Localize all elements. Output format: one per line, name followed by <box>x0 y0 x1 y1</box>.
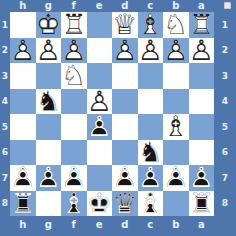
black-bishop-c8[interactable]: ♝♗ <box>138 191 164 217</box>
piece-fill-glyph: ♜ <box>189 191 215 217</box>
square-d2[interactable]: ♟♙ <box>112 38 138 64</box>
square-h7[interactable]: ♟♙ <box>10 165 36 191</box>
piece-fill-glyph: ♞ <box>61 63 87 89</box>
file-label-top-g: g <box>36 0 62 12</box>
piece-fill-glyph: ♟ <box>138 38 164 64</box>
piece-outline-glyph: ♘ <box>61 63 87 89</box>
square-f2[interactable]: ♟♙ <box>61 38 87 64</box>
piece-outline-glyph: ♖ <box>61 12 87 38</box>
piece-outline-glyph: ♗ <box>61 191 87 217</box>
square-b1[interactable]: ♞♘ <box>163 12 189 38</box>
square-a5[interactable] <box>189 114 215 140</box>
file-label-bottom-c: c <box>138 216 164 236</box>
rank-label-left-2: 2 <box>0 38 10 64</box>
piece-outline-glyph: ♘ <box>163 12 189 38</box>
piece-outline-glyph: ♙ <box>163 38 189 64</box>
file-label-top-e: e <box>87 0 113 12</box>
square-h1[interactable] <box>10 12 36 38</box>
white-pawn-f2[interactable]: ♟♙ <box>61 38 87 64</box>
white-pawn-d2[interactable]: ♟♙ <box>112 38 138 64</box>
piece-outline-glyph: ♘ <box>138 140 164 166</box>
square-g3[interactable] <box>36 63 62 89</box>
white-knight-f3[interactable]: ♞♘ <box>61 63 87 89</box>
rank-label-right-1: 1 <box>214 12 236 38</box>
square-d8[interactable]: ♛♕ <box>112 191 138 217</box>
piece-fill-glyph: ♟ <box>61 165 87 191</box>
square-c3[interactable] <box>138 63 164 89</box>
piece-fill-glyph: ♟ <box>61 38 87 64</box>
piece-fill-glyph: ♞ <box>163 12 189 38</box>
square-b5[interactable]: ♝♗ <box>163 114 189 140</box>
square-c8[interactable]: ♝♗ <box>138 191 164 217</box>
black-rook-h8[interactable]: ♜♖ <box>10 191 36 217</box>
file-label-bottom-b: b <box>163 216 189 236</box>
piece-fill-glyph: ♚ <box>36 12 62 38</box>
square-b2[interactable]: ♟♙ <box>163 38 189 64</box>
white-rook-f1[interactable]: ♜♖ <box>61 12 87 38</box>
rank-label-left-3: 3 <box>0 63 10 89</box>
white-knight-b1[interactable]: ♞♘ <box>163 12 189 38</box>
white-pawn-g2[interactable]: ♟♙ <box>36 38 62 64</box>
piece-fill-glyph: ♝ <box>163 114 189 140</box>
piece-fill-glyph: ♝ <box>138 191 164 217</box>
square-e1[interactable] <box>87 12 113 38</box>
white-bishop-b5[interactable]: ♝♗ <box>163 114 189 140</box>
black-pawn-b7[interactable]: ♟♙ <box>163 165 189 191</box>
file-labels-bottom: hgfedcba <box>10 216 214 236</box>
piece-fill-glyph: ♟ <box>138 165 164 191</box>
black-pawn-g7[interactable]: ♟♙ <box>36 165 62 191</box>
square-f4[interactable] <box>61 89 87 115</box>
piece-fill-glyph: ♟ <box>10 38 36 64</box>
black-pawn-f7[interactable]: ♟♙ <box>61 165 87 191</box>
square-b6[interactable] <box>163 140 189 166</box>
piece-fill-glyph: ♟ <box>36 165 62 191</box>
piece-fill-glyph: ♚ <box>87 191 113 217</box>
white-pawn-b2[interactable]: ♟♙ <box>163 38 189 64</box>
piece-outline-glyph: ♙ <box>112 165 138 191</box>
piece-outline-glyph: ♙ <box>61 38 87 64</box>
square-d5[interactable] <box>112 114 138 140</box>
black-rook-a8[interactable]: ♜♖ <box>189 191 215 217</box>
piece-fill-glyph: ♜ <box>189 12 215 38</box>
file-label-bottom-h: h <box>10 216 36 236</box>
white-king-g1[interactable]: ♚♔ <box>36 12 62 38</box>
square-b3[interactable] <box>163 63 189 89</box>
piece-outline-glyph: ♙ <box>189 165 215 191</box>
chess-board-widget: hgfedcba hgfedcba 12345678 12345678 ♚♔♜♖… <box>0 0 236 236</box>
rank-label-right-2: 2 <box>214 38 236 64</box>
piece-fill-glyph: ♟ <box>189 165 215 191</box>
square-f3[interactable]: ♞♘ <box>61 63 87 89</box>
piece-fill-glyph: ♝ <box>138 12 164 38</box>
square-c4[interactable] <box>138 89 164 115</box>
white-pawn-c2[interactable]: ♟♙ <box>138 38 164 64</box>
piece-fill-glyph: ♜ <box>61 12 87 38</box>
black-pawn-d7[interactable]: ♟♙ <box>112 165 138 191</box>
piece-outline-glyph: ♙ <box>36 38 62 64</box>
square-f6[interactable] <box>61 140 87 166</box>
piece-outline-glyph: ♖ <box>189 191 215 217</box>
square-a3[interactable] <box>189 63 215 89</box>
black-pawn-a7[interactable]: ♟♙ <box>189 165 215 191</box>
piece-outline-glyph: ♙ <box>87 114 113 140</box>
piece-fill-glyph: ♟ <box>10 165 36 191</box>
square-g1[interactable]: ♚♔ <box>36 12 62 38</box>
square-g6[interactable] <box>36 140 62 166</box>
piece-fill-glyph: ♞ <box>36 89 62 115</box>
piece-outline-glyph: ♔ <box>36 12 62 38</box>
rank-label-left-7: 7 <box>0 165 10 191</box>
piece-outline-glyph: ♖ <box>10 191 36 217</box>
piece-outline-glyph: ♔ <box>87 191 113 217</box>
rank-labels-left: 12345678 <box>0 12 10 216</box>
square-a8[interactable]: ♜♖ <box>189 191 215 217</box>
file-labels-top: hgfedcba <box>10 0 214 12</box>
piece-fill-glyph: ♝ <box>61 191 87 217</box>
file-label-bottom-g: g <box>36 216 62 236</box>
black-bishop-f8[interactable]: ♝♗ <box>61 191 87 217</box>
square-e3[interactable] <box>87 63 113 89</box>
square-f8[interactable]: ♝♗ <box>61 191 87 217</box>
black-knight-c6[interactable]: ♞♘ <box>138 140 164 166</box>
rank-label-right-5: 5 <box>214 114 236 140</box>
piece-outline-glyph: ♖ <box>189 12 215 38</box>
square-h4[interactable] <box>10 89 36 115</box>
file-label-top-c: c <box>138 0 164 12</box>
square-c6[interactable]: ♞♘ <box>138 140 164 166</box>
piece-outline-glyph: ♙ <box>112 38 138 64</box>
rank-label-left-4: 4 <box>0 89 10 115</box>
square-f5[interactable] <box>61 114 87 140</box>
piece-fill-glyph: ♞ <box>138 140 164 166</box>
piece-outline-glyph: ♙ <box>61 165 87 191</box>
rank-label-right-6: 6 <box>214 140 236 166</box>
square-a7[interactable]: ♟♙ <box>189 165 215 191</box>
square-d4[interactable] <box>112 89 138 115</box>
black-king-e8[interactable]: ♚♔ <box>87 191 113 217</box>
piece-fill-glyph: ♟ <box>87 89 113 115</box>
piece-fill-glyph: ♟ <box>36 38 62 64</box>
piece-outline-glyph: ♕ <box>112 12 138 38</box>
rank-label-right-8: 8 <box>214 191 236 217</box>
black-pawn-c7[interactable]: ♟♙ <box>138 165 164 191</box>
rank-labels-right: 12345678 <box>214 12 236 216</box>
square-d1[interactable]: ♛♕ <box>112 12 138 38</box>
file-label-bottom-d: d <box>112 216 138 236</box>
square-d6[interactable] <box>112 140 138 166</box>
small-square-icon <box>224 2 231 9</box>
piece-fill-glyph: ♛ <box>112 12 138 38</box>
rank-label-left-1: 1 <box>0 12 10 38</box>
piece-fill-glyph: ♜ <box>10 191 36 217</box>
black-queen-d8[interactable]: ♛♕ <box>112 191 138 217</box>
rank-label-right-3: 3 <box>214 63 236 89</box>
rank-label-left-5: 5 <box>0 114 10 140</box>
white-pawn-e4[interactable]: ♟♙ <box>87 89 113 115</box>
square-g4[interactable]: ♞♘ <box>36 89 62 115</box>
square-g5[interactable] <box>36 114 62 140</box>
white-rook-a1[interactable]: ♜♖ <box>189 12 215 38</box>
rank-label-right-7: 7 <box>214 165 236 191</box>
square-c1[interactable]: ♝♗ <box>138 12 164 38</box>
file-label-top-f: f <box>61 0 87 12</box>
square-h6[interactable] <box>10 140 36 166</box>
square-e5[interactable]: ♟♙ <box>87 114 113 140</box>
square-h3[interactable] <box>10 63 36 89</box>
piece-outline-glyph: ♙ <box>189 38 215 64</box>
file-label-top-h: h <box>10 0 36 12</box>
black-pawn-h7[interactable]: ♟♙ <box>10 165 36 191</box>
piece-fill-glyph: ♟ <box>87 114 113 140</box>
square-h8[interactable]: ♜♖ <box>10 191 36 217</box>
square-b7[interactable]: ♟♙ <box>163 165 189 191</box>
square-b4[interactable] <box>163 89 189 115</box>
file-label-top-b: b <box>163 0 189 12</box>
square-d7[interactable]: ♟♙ <box>112 165 138 191</box>
piece-outline-glyph: ♙ <box>10 165 36 191</box>
square-a4[interactable] <box>189 89 215 115</box>
piece-outline-glyph: ♗ <box>163 114 189 140</box>
file-label-bottom-e: e <box>87 216 113 236</box>
piece-outline-glyph: ♙ <box>36 165 62 191</box>
piece-fill-glyph: ♟ <box>112 165 138 191</box>
piece-outline-glyph: ♘ <box>36 89 62 115</box>
white-pawn-a2[interactable]: ♟♙ <box>189 38 215 64</box>
piece-outline-glyph: ♙ <box>138 165 164 191</box>
square-a6[interactable] <box>189 140 215 166</box>
piece-outline-glyph: ♗ <box>138 12 164 38</box>
chess-board: ♚♔♜♖♛♕♝♗♞♘♜♖♟♙♟♙♟♙♟♙♟♙♟♙♟♙♞♘♞♘♟♙♟♙♝♗♞♘♟♙… <box>10 12 214 216</box>
square-f7[interactable]: ♟♙ <box>61 165 87 191</box>
black-pawn-e5[interactable]: ♟♙ <box>87 114 113 140</box>
square-g8[interactable] <box>36 191 62 217</box>
piece-fill-glyph: ♛ <box>112 191 138 217</box>
file-label-bottom-f: f <box>61 216 87 236</box>
square-c7[interactable]: ♟♙ <box>138 165 164 191</box>
piece-fill-glyph: ♟ <box>163 38 189 64</box>
square-e2[interactable] <box>87 38 113 64</box>
white-pawn-h2[interactable]: ♟♙ <box>10 38 36 64</box>
piece-outline-glyph: ♗ <box>138 191 164 217</box>
square-h2[interactable]: ♟♙ <box>10 38 36 64</box>
rank-label-left-6: 6 <box>0 140 10 166</box>
file-label-top-a: a <box>189 0 215 12</box>
square-g7[interactable]: ♟♙ <box>36 165 62 191</box>
piece-fill-glyph: ♟ <box>112 38 138 64</box>
square-c2[interactable]: ♟♙ <box>138 38 164 64</box>
rank-label-right-4: 4 <box>214 89 236 115</box>
square-g2[interactable]: ♟♙ <box>36 38 62 64</box>
piece-outline-glyph: ♙ <box>10 38 36 64</box>
square-e8[interactable]: ♚♔ <box>87 191 113 217</box>
piece-fill-glyph: ♟ <box>189 38 215 64</box>
file-label-top-d: d <box>112 0 138 12</box>
file-label-bottom-a: a <box>189 216 215 236</box>
square-b8[interactable] <box>163 191 189 217</box>
white-bishop-c1[interactable]: ♝♗ <box>138 12 164 38</box>
square-a2[interactable]: ♟♙ <box>189 38 215 64</box>
rank-label-left-8: 8 <box>0 191 10 217</box>
square-e4[interactable]: ♟♙ <box>87 89 113 115</box>
black-knight-g4[interactable]: ♞♘ <box>36 89 62 115</box>
square-e7[interactable] <box>87 165 113 191</box>
square-a1[interactable]: ♜♖ <box>189 12 215 38</box>
piece-outline-glyph: ♕ <box>112 191 138 217</box>
square-d3[interactable] <box>112 63 138 89</box>
piece-outline-glyph: ♙ <box>87 89 113 115</box>
piece-outline-glyph: ♙ <box>163 165 189 191</box>
square-h5[interactable] <box>10 114 36 140</box>
piece-outline-glyph: ♙ <box>138 38 164 64</box>
square-c5[interactable] <box>138 114 164 140</box>
square-f1[interactable]: ♜♖ <box>61 12 87 38</box>
white-queen-d1[interactable]: ♛♕ <box>112 12 138 38</box>
piece-fill-glyph: ♟ <box>163 165 189 191</box>
square-e6[interactable] <box>87 140 113 166</box>
